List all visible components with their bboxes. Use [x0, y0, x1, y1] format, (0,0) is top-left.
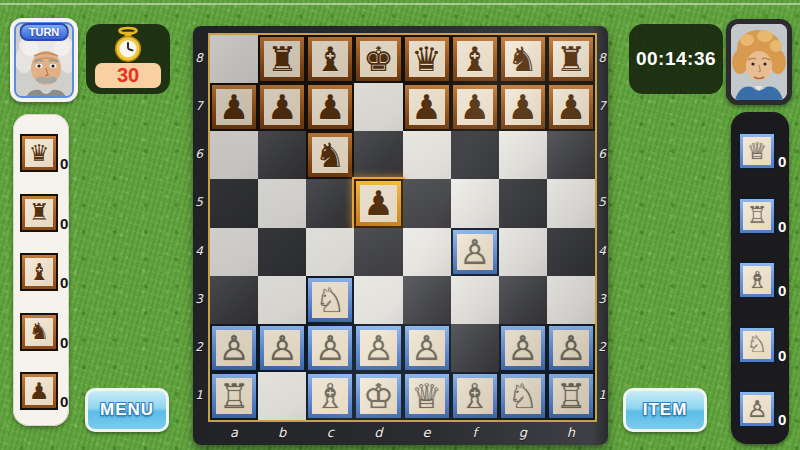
square-a4[interactable] [210, 228, 258, 276]
white-knight-icon: ♘ [747, 333, 768, 356]
piece-tile-face: ♗ [312, 378, 348, 414]
file-label-c: c [306, 425, 354, 440]
black-pawn-icon: ♟ [315, 90, 345, 124]
black-pawn-c7[interactable]: ♟ [306, 83, 354, 131]
piece-tile-face: ♙ [505, 330, 541, 366]
rank-left-label-7: 7 [194, 99, 204, 113]
rank-right-label-7: 7 [597, 99, 607, 113]
white-pawn-icon: ♙ [411, 331, 441, 365]
black-pawn-icon: ♟ [508, 90, 538, 124]
white-bishop-tray-tile: ♗ [738, 261, 776, 299]
square-c5[interactable] [306, 179, 354, 227]
game-clock-value: 00:14:36 [636, 48, 716, 70]
square-d6[interactable] [354, 131, 402, 179]
white-queen-icon: ♕ [411, 379, 441, 413]
piece-tile-face: ♙ [216, 330, 252, 366]
square-b3[interactable] [258, 276, 306, 324]
black-knight-icon: ♞ [315, 138, 345, 172]
bishop-captured-count: 0 [778, 282, 786, 299]
move-timer-value: 30 [117, 64, 139, 87]
black-queen-icon: ♛ [411, 42, 441, 76]
black-pawn-tray-tile: ♟ [20, 372, 58, 410]
piece-tile-face: ♗ [457, 378, 493, 414]
black-knight-tray-tile: ♞ [20, 313, 58, 351]
square-g1[interactable]: ♘ [499, 372, 547, 420]
square-g4[interactable] [499, 228, 547, 276]
square-h3[interactable] [547, 276, 595, 324]
square-f5[interactable] [451, 179, 499, 227]
square-d7[interactable] [354, 83, 402, 131]
square-c2[interactable]: ♙ [306, 324, 354, 372]
tray-tile-face: ♜ [25, 199, 53, 227]
black-pawn-e7[interactable]: ♟ [403, 83, 451, 131]
piece-tile-face: ♙ [457, 234, 493, 270]
white-rook-icon: ♖ [556, 379, 586, 413]
right-tray-item-pawn: ♙0 [738, 390, 789, 428]
black-king-d8[interactable]: ♚ [354, 35, 402, 83]
square-a3[interactable] [210, 276, 258, 324]
square-g5[interactable] [499, 179, 547, 227]
piece-tile-face: ♕ [409, 378, 445, 414]
piece-tile-face: ♖ [553, 378, 589, 414]
file-label-a: a [210, 425, 258, 440]
right-capture-tray: ♕0♖0♗0♘0♙0 [731, 112, 789, 444]
white-pawn-icon: ♙ [363, 331, 393, 365]
black-bishop-icon: ♝ [315, 42, 345, 76]
white-rook-tray-tile: ♖ [738, 197, 776, 235]
black-pawn-b7[interactable]: ♟ [258, 83, 306, 131]
black-pawn-icon: ♟ [29, 380, 50, 403]
tray-tile-face: ♗ [743, 266, 771, 294]
move-timer-pill: 30 [95, 63, 161, 88]
white-queen-icon: ♕ [747, 140, 768, 163]
item-button[interactable]: ITEM [623, 388, 707, 432]
black-pawn-f7[interactable]: ♟ [451, 83, 499, 131]
black-knight-g8[interactable]: ♞ [499, 35, 547, 83]
white-bishop-icon: ♗ [747, 269, 768, 292]
square-f3[interactable] [451, 276, 499, 324]
tray-tile-face: ♕ [743, 137, 771, 165]
left-tray-item-queen: ♛0 [20, 134, 69, 172]
rank-left-label-4: 4 [194, 244, 204, 258]
rook-captured-count: 0 [778, 218, 786, 235]
left-tray-item-knight: ♞0 [20, 313, 69, 351]
black-pawn-icon: ♟ [411, 90, 441, 124]
left-capture-tray: ♛0♜0♝0♞0♟0 [13, 114, 69, 426]
rank-right-label-5: 5 [597, 195, 607, 209]
piece-tile-face: ♝ [312, 41, 348, 77]
white-rook-h1[interactable]: ♖ [547, 372, 595, 420]
file-label-g: g [499, 425, 547, 440]
black-pawn-icon: ♟ [267, 90, 297, 124]
queen-captured-count: 0 [60, 155, 68, 172]
square-e6[interactable] [403, 131, 451, 179]
white-pawn-h2[interactable]: ♙ [547, 324, 595, 372]
rook-captured-count: 0 [60, 215, 68, 232]
white-bishop-icon: ♗ [315, 379, 345, 413]
square-h5[interactable] [547, 179, 595, 227]
white-queen-e1[interactable]: ♕ [403, 372, 451, 420]
square-a7[interactable]: ♟ [210, 83, 258, 131]
pawn-captured-count: 0 [778, 411, 786, 428]
square-d1[interactable]: ♔ [354, 372, 402, 420]
square-g3[interactable] [499, 276, 547, 324]
square-a2[interactable]: ♙ [210, 324, 258, 372]
black-pawn-g7[interactable]: ♟ [499, 83, 547, 131]
knight-captured-count: 0 [60, 334, 68, 351]
piece-tile-face: ♞ [312, 137, 348, 173]
white-pawn-icon: ♙ [747, 398, 768, 421]
square-h7[interactable]: ♟ [547, 83, 595, 131]
square-f6[interactable] [451, 131, 499, 179]
square-b7[interactable]: ♟ [258, 83, 306, 131]
piece-tile-face: ♙ [360, 330, 396, 366]
board-grid: ♜♝♚♛♝♞♜♟♟♟♟♟♟♟♞♟♙♘♙♙♙♙♙♙♙♖♗♔♕♗♘♖ [210, 35, 595, 420]
square-f2[interactable] [451, 324, 499, 372]
piece-tile-face: ♟ [553, 89, 589, 125]
white-rook-a1[interactable]: ♖ [210, 372, 258, 420]
square-b8[interactable]: ♜ [258, 35, 306, 83]
white-knight-g1[interactable]: ♘ [499, 372, 547, 420]
file-label-b: b [258, 425, 306, 440]
square-e7[interactable]: ♟ [403, 83, 451, 131]
black-pawn-icon: ♟ [363, 186, 393, 220]
tray-tile-face: ♟ [25, 377, 53, 405]
white-pawn-e2[interactable]: ♙ [403, 324, 451, 372]
right-tray-item-knight: ♘0 [738, 326, 789, 364]
square-h4[interactable] [547, 228, 595, 276]
white-pawn-icon: ♙ [315, 331, 345, 365]
turn-badge: TURN [20, 23, 69, 41]
rank-left-label-6: 6 [194, 147, 204, 161]
left-tray-item-bishop: ♝0 [20, 253, 69, 291]
piece-tile-face: ♙ [409, 330, 445, 366]
game-clock-panel: 00:14:36 [629, 24, 723, 94]
square-d5[interactable]: ♟ [354, 179, 402, 227]
white-rook-icon: ♖ [219, 379, 249, 413]
white-pawn-icon: ♙ [267, 331, 297, 365]
square-h6[interactable] [547, 131, 595, 179]
square-a6[interactable] [210, 131, 258, 179]
square-e2[interactable]: ♙ [403, 324, 451, 372]
piece-tile-face: ♘ [505, 378, 541, 414]
move-timer-panel: 30 [86, 24, 170, 94]
square-g7[interactable]: ♟ [499, 83, 547, 131]
piece-tile-face: ♞ [505, 41, 541, 77]
white-pawn-b2[interactable]: ♙ [258, 324, 306, 372]
white-bishop-c1[interactable]: ♗ [306, 372, 354, 420]
white-pawn-icon: ♙ [219, 331, 249, 365]
black-queen-e8[interactable]: ♛ [403, 35, 451, 83]
square-d4[interactable] [354, 228, 402, 276]
square-f8[interactable]: ♝ [451, 35, 499, 83]
piece-tile-face: ♚ [360, 41, 396, 77]
black-pawn-icon: ♟ [556, 90, 586, 124]
black-bishop-c8[interactable]: ♝ [306, 35, 354, 83]
rank-left-label-2: 2 [194, 340, 204, 354]
piece-tile-face: ♙ [553, 330, 589, 366]
white-pawn-f4[interactable]: ♙ [451, 228, 499, 276]
rank-right-label-6: 6 [597, 147, 607, 161]
square-c8[interactable]: ♝ [306, 35, 354, 83]
square-h1[interactable]: ♖ [547, 372, 595, 420]
black-bishop-f8[interactable]: ♝ [451, 35, 499, 83]
menu-button[interactable]: MENU [85, 388, 169, 432]
white-pawn-tray-tile: ♙ [738, 390, 776, 428]
square-f1[interactable]: ♗ [451, 372, 499, 420]
black-knight-icon: ♞ [508, 42, 538, 76]
black-queen-tray-tile: ♛ [20, 134, 58, 172]
right-player-card[interactable] [726, 19, 792, 105]
square-g8[interactable]: ♞ [499, 35, 547, 83]
square-b1[interactable] [258, 372, 306, 420]
square-f4[interactable]: ♙ [451, 228, 499, 276]
piece-tile-face: ♘ [312, 282, 348, 318]
piece-tile-face: ♟ [409, 89, 445, 125]
menu-button-label: MENU [100, 400, 154, 420]
square-c4[interactable] [306, 228, 354, 276]
right-tray-item-bishop: ♗0 [738, 261, 789, 299]
white-king-icon: ♔ [363, 379, 393, 413]
white-pawn-icon: ♙ [459, 235, 489, 269]
tray-tile-face: ♖ [743, 202, 771, 230]
white-bishop-icon: ♗ [459, 379, 489, 413]
chess-board-frame: ♜♝♚♛♝♞♜♟♟♟♟♟♟♟♞♟♙♘♙♙♙♙♙♙♙♖♗♔♕♗♘♖ 8877665… [193, 26, 608, 445]
rank-right-label-4: 4 [597, 244, 607, 258]
white-pawn-c2[interactable]: ♙ [306, 324, 354, 372]
square-b4[interactable] [258, 228, 306, 276]
white-knight-icon: ♘ [508, 379, 538, 413]
piece-tile-face: ♖ [216, 378, 252, 414]
right-player-avatar-frame [731, 24, 787, 100]
rank-right-label-1: 1 [597, 388, 607, 402]
white-pawn-icon: ♙ [508, 331, 538, 365]
black-rook-tray-tile: ♜ [20, 194, 58, 232]
black-king-icon: ♚ [363, 42, 393, 76]
black-pawn-icon: ♟ [219, 90, 249, 124]
black-pawn-h7[interactable]: ♟ [547, 83, 595, 131]
piece-tile-face: ♜ [553, 41, 589, 77]
square-e8[interactable]: ♛ [403, 35, 451, 83]
file-label-e: e [403, 425, 451, 440]
square-c1[interactable]: ♗ [306, 372, 354, 420]
piece-tile-face: ♟ [264, 89, 300, 125]
black-bishop-tray-tile: ♝ [20, 253, 58, 291]
black-knight-c6[interactable]: ♞ [306, 131, 354, 179]
knight-captured-count: 0 [778, 347, 786, 364]
left-player-card[interactable]: TURN [10, 18, 78, 102]
game-screen: TURN [0, 0, 800, 450]
right-tray-item-rook: ♖0 [738, 197, 789, 235]
white-bishop-f1[interactable]: ♗ [451, 372, 499, 420]
black-bishop-icon: ♝ [459, 42, 489, 76]
file-label-f: f [451, 425, 499, 440]
white-pawn-icon: ♙ [556, 331, 586, 365]
white-knight-c3[interactable]: ♘ [306, 276, 354, 324]
square-g6[interactable] [499, 131, 547, 179]
left-tray-item-pawn: ♟0 [20, 372, 69, 410]
file-label-d: d [354, 425, 402, 440]
black-pawn-a7[interactable]: ♟ [210, 83, 258, 131]
piece-tile-face: ♛ [409, 41, 445, 77]
rank-left-label-1: 1 [194, 388, 204, 402]
piece-tile-face: ♙ [312, 330, 348, 366]
square-e3[interactable] [403, 276, 451, 324]
tray-tile-face: ♛ [25, 139, 53, 167]
rank-left-label-8: 8 [194, 51, 204, 65]
grass-field-line [0, 3, 800, 5]
square-a5[interactable] [210, 179, 258, 227]
square-a1[interactable]: ♖ [210, 372, 258, 420]
square-b2[interactable]: ♙ [258, 324, 306, 372]
file-label-h: h [547, 425, 595, 440]
black-rook-icon: ♜ [29, 201, 50, 224]
square-d2[interactable]: ♙ [354, 324, 402, 372]
piece-tile-face: ♟ [505, 89, 541, 125]
white-knight-icon: ♘ [315, 283, 345, 317]
woman-avatar [731, 24, 787, 100]
square-f7[interactable]: ♟ [451, 83, 499, 131]
square-e1[interactable]: ♕ [403, 372, 451, 420]
left-tray-item-rook: ♜0 [20, 194, 69, 232]
square-c7[interactable]: ♟ [306, 83, 354, 131]
rank-left-label-3: 3 [194, 292, 204, 306]
bishop-captured-count: 0 [60, 274, 68, 291]
black-pawn-icon: ♟ [459, 90, 489, 124]
square-d8[interactable]: ♚ [354, 35, 402, 83]
rank-right-label-3: 3 [597, 292, 607, 306]
black-queen-icon: ♛ [29, 142, 50, 165]
piece-tile-face: ♟ [312, 89, 348, 125]
tray-tile-face: ♝ [25, 258, 53, 286]
right-tray-item-queen: ♕0 [738, 132, 789, 170]
square-a8[interactable] [210, 35, 258, 83]
rank-right-label-8: 8 [597, 51, 607, 65]
white-king-d1[interactable]: ♔ [354, 372, 402, 420]
square-e5[interactable] [403, 179, 451, 227]
square-d3[interactable] [354, 276, 402, 324]
black-rook-icon: ♜ [556, 42, 586, 76]
white-rook-icon: ♖ [747, 204, 768, 227]
piece-tile-face: ♟ [457, 89, 493, 125]
square-h8[interactable]: ♜ [547, 35, 595, 83]
stopwatch-icon [109, 26, 147, 64]
queen-captured-count: 0 [778, 153, 786, 170]
tray-tile-face: ♞ [25, 318, 53, 346]
black-rook-b8[interactable]: ♜ [258, 35, 306, 83]
square-e4[interactable] [403, 228, 451, 276]
tray-tile-face: ♙ [743, 395, 771, 423]
piece-tile-face: ♜ [264, 41, 300, 77]
white-knight-tray-tile: ♘ [738, 326, 776, 364]
piece-tile-face: ♟ [216, 89, 252, 125]
white-pawn-a2[interactable]: ♙ [210, 324, 258, 372]
black-rook-icon: ♜ [267, 42, 297, 76]
black-bishop-icon: ♝ [29, 261, 50, 284]
rank-left-label-5: 5 [194, 195, 204, 209]
tray-tile-face: ♘ [743, 331, 771, 359]
white-queen-tray-tile: ♕ [738, 132, 776, 170]
chess-board: ♜♝♚♛♝♞♜♟♟♟♟♟♟♟♞♟♙♘♙♙♙♙♙♙♙♖♗♔♕♗♘♖ [208, 33, 597, 422]
piece-tile-face: ♝ [457, 41, 493, 77]
piece-tile-face: ♙ [264, 330, 300, 366]
black-knight-icon: ♞ [29, 320, 50, 343]
black-rook-h8[interactable]: ♜ [547, 35, 595, 83]
square-c3[interactable]: ♘ [306, 276, 354, 324]
white-pawn-g2[interactable]: ♙ [499, 324, 547, 372]
square-g2[interactable]: ♙ [499, 324, 547, 372]
square-b5[interactable] [258, 179, 306, 227]
square-c6[interactable]: ♞ [306, 131, 354, 179]
black-pawn-d5[interactable]: ♟ [354, 179, 402, 227]
white-pawn-d2[interactable]: ♙ [354, 324, 402, 372]
item-button-label: ITEM [643, 400, 688, 420]
square-b6[interactable] [258, 131, 306, 179]
piece-tile-face: ♟ [360, 185, 396, 221]
pawn-captured-count: 0 [60, 393, 68, 410]
square-h2[interactable]: ♙ [547, 324, 595, 372]
piece-tile-face: ♔ [360, 378, 396, 414]
rank-right-label-2: 2 [597, 340, 607, 354]
